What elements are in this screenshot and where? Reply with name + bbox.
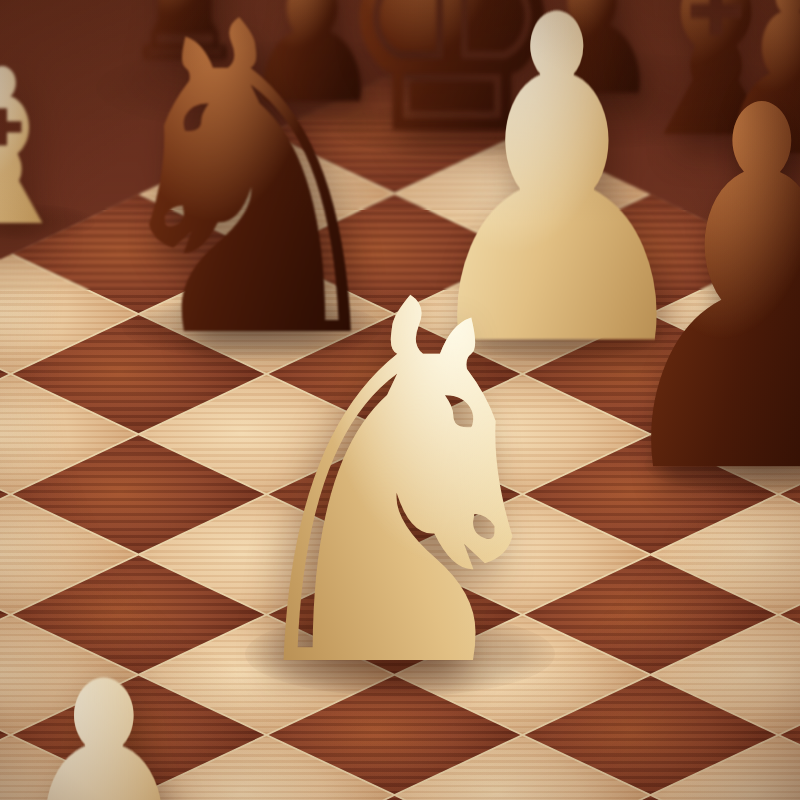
chess-board [0,74,800,800]
black-pawn-h7: ♟ [520,0,663,125]
black-pawn-h5: ♟ [708,0,800,190]
chess-photo-scene: ♞♞♟♟♚♟♜♟♝♟♝♟ [0,0,800,800]
black-bishop: ♝ [615,0,800,177]
white-bishop: ♝ [0,41,79,256]
black-rook: ♜ [118,0,251,86]
